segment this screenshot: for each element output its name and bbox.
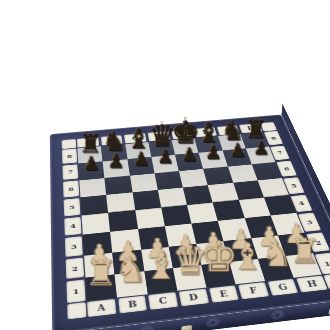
piece-white-rook: ♜ (86, 255, 118, 290)
file-label-c: C (148, 292, 178, 310)
clasp-center (181, 325, 192, 330)
piece-white-bishop: ♝ (144, 247, 177, 284)
piece-black-pawn: ♟ (253, 139, 270, 157)
square-f5 (208, 183, 238, 203)
piece-black-pawn: ♟ (108, 152, 125, 171)
rank-label-3: 3 (65, 236, 83, 256)
square-b6 (105, 175, 132, 194)
file-label-b: B (118, 295, 147, 313)
piece-black-pawn: ♟ (133, 150, 150, 169)
piece-white-knight: ♞ (115, 251, 148, 287)
square-f4 (213, 200, 245, 221)
piece-black-pawn: ♟ (205, 143, 222, 162)
file-label-h: H (297, 275, 328, 292)
rank-label-4: 4 (64, 217, 81, 236)
scene: ABCDEFGH ABCDEFGH 87654321 87654321 ♜♞♝♛… (0, 0, 330, 330)
piece-white-rook: ♜ (289, 234, 320, 268)
square-a1: ♜ (85, 274, 117, 301)
product-photo: ABCDEFGH ABCDEFGH 87654321 87654321 ♜♞♝♛… (0, 0, 330, 330)
square-e6 (179, 168, 208, 187)
file-label-d: D (179, 289, 209, 307)
rank-label-2: 2 (66, 257, 85, 279)
rank-label-5: 5 (64, 198, 81, 216)
piece-black-pawn: ♟ (229, 141, 246, 159)
square-a5 (80, 195, 108, 216)
piece-white-knight: ♞ (260, 236, 292, 272)
square-b1: ♞ (115, 271, 148, 297)
rank-label-1: 1 (66, 280, 85, 303)
piece-black-pawn: ♟ (83, 154, 100, 173)
chess-board: ABCDEFGH ABCDEFGH 87654321 87654321 ♜♞♝♛… (50, 114, 330, 330)
square-b4 (108, 210, 137, 232)
file-label-f: F (238, 282, 269, 299)
square-c1: ♝ (144, 268, 177, 294)
square-a6 (79, 178, 106, 198)
file-label-a: A (87, 299, 116, 317)
piece-black-pawn: ♟ (181, 145, 198, 164)
rank-label-8: 8 (62, 148, 77, 163)
square-b5 (106, 192, 134, 213)
rank-label-6: 6 (63, 181, 79, 198)
piece-black-pawn: ♟ (157, 148, 174, 167)
square-a7: ♟ (78, 162, 104, 180)
corner-tile (67, 302, 87, 319)
rank-label-7: 7 (62, 164, 78, 180)
file-label-g: G (267, 279, 298, 296)
file-label-e: E (208, 285, 238, 303)
